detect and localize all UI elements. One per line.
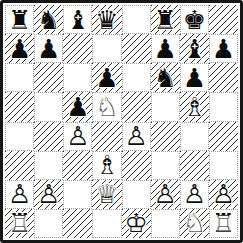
white-king: ♚ <box>122 209 151 238</box>
square-c6[interactable] <box>63 63 92 92</box>
square-e3[interactable] <box>122 151 151 180</box>
square-e7[interactable] <box>122 34 151 63</box>
black-king: ♚ <box>180 5 209 34</box>
white-pawn-outline: ♙ <box>209 180 238 209</box>
black-knight: ♞ <box>151 63 180 92</box>
square-b5[interactable] <box>34 92 63 121</box>
black-pawn: ♟ <box>34 34 63 63</box>
square-c3[interactable] <box>63 151 92 180</box>
square-h7[interactable]: ♟ <box>209 34 238 63</box>
square-d6[interactable]: ♟ <box>92 63 121 92</box>
white-pawn: ♟ <box>63 122 92 151</box>
square-f3[interactable] <box>151 151 180 180</box>
square-f8[interactable]: ♜ <box>151 5 180 34</box>
square-h6[interactable] <box>209 63 238 92</box>
square-f7[interactable]: ♟ <box>151 34 180 63</box>
white-bishop: ♝ <box>92 151 121 180</box>
square-b2[interactable]: ♟♙ <box>34 180 63 209</box>
black-pawn: ♟ <box>5 34 34 63</box>
white-pawn-outline: ♙ <box>34 180 63 209</box>
chess-board: ♜♞♝♛♜♚♟♟♟♝♟♟♞♟♟♞♘♝♗♟♙♟♙♝♗♟♙♟♙♛♕♟♙♟♙♟♙♜♖♚… <box>0 0 243 243</box>
square-d7[interactable] <box>92 34 121 63</box>
square-b1[interactable] <box>34 209 63 238</box>
white-rook: ♜ <box>5 209 34 238</box>
square-c8[interactable]: ♝ <box>63 5 92 34</box>
square-g8[interactable]: ♚ <box>180 5 209 34</box>
square-c4[interactable]: ♟♙ <box>63 122 92 151</box>
square-f4[interactable] <box>151 122 180 151</box>
white-knight: ♞ <box>92 92 121 121</box>
white-knight: ♞ <box>180 209 209 238</box>
square-d1[interactable] <box>92 209 121 238</box>
white-pawn-outline: ♙ <box>151 180 180 209</box>
white-knight-outline: ♘ <box>180 209 209 238</box>
square-d3[interactable]: ♝♗ <box>92 151 121 180</box>
square-g5[interactable]: ♝♗ <box>180 92 209 121</box>
square-h3[interactable] <box>209 151 238 180</box>
white-queen-outline: ♕ <box>92 180 121 209</box>
square-e4[interactable]: ♟♙ <box>122 122 151 151</box>
white-pawn: ♟ <box>5 180 34 209</box>
black-pawn: ♟ <box>209 34 238 63</box>
square-c7[interactable] <box>63 34 92 63</box>
square-d8[interactable]: ♛ <box>92 5 121 34</box>
square-c5[interactable]: ♟ <box>63 92 92 121</box>
square-a2[interactable]: ♟♙ <box>5 180 34 209</box>
square-b4[interactable] <box>34 122 63 151</box>
white-pawn-outline: ♙ <box>5 180 34 209</box>
square-a6[interactable] <box>5 63 34 92</box>
square-g6[interactable]: ♟ <box>180 63 209 92</box>
square-g1[interactable]: ♞♘ <box>180 209 209 238</box>
square-b3[interactable] <box>34 151 63 180</box>
white-rook-outline: ♖ <box>5 209 34 238</box>
white-pawn: ♟ <box>122 122 151 151</box>
white-pawn: ♟ <box>34 180 63 209</box>
square-f2[interactable]: ♟♙ <box>151 180 180 209</box>
square-a4[interactable] <box>5 122 34 151</box>
square-h1[interactable]: ♜♖ <box>209 209 238 238</box>
white-pawn-outline: ♙ <box>63 122 92 151</box>
black-pawn: ♟ <box>151 34 180 63</box>
square-b6[interactable] <box>34 63 63 92</box>
square-a7[interactable]: ♟ <box>5 34 34 63</box>
square-d4[interactable] <box>92 122 121 151</box>
black-pawn: ♟ <box>92 63 121 92</box>
square-d5[interactable]: ♞♘ <box>92 92 121 121</box>
square-b8[interactable]: ♞ <box>34 5 63 34</box>
black-bishop: ♝ <box>63 5 92 34</box>
square-g7[interactable]: ♝ <box>180 34 209 63</box>
square-a8[interactable]: ♜ <box>5 5 34 34</box>
square-f6[interactable]: ♞ <box>151 63 180 92</box>
board-grid: ♜♞♝♛♜♚♟♟♟♝♟♟♞♟♟♞♘♝♗♟♙♟♙♝♗♟♙♟♙♛♕♟♙♟♙♟♙♜♖♚… <box>5 5 238 238</box>
square-a3[interactable] <box>5 151 34 180</box>
white-bishop: ♝ <box>180 92 209 121</box>
white-bishop-outline: ♗ <box>92 151 121 180</box>
white-king-outline: ♔ <box>122 209 151 238</box>
white-pawn: ♟ <box>209 180 238 209</box>
square-h2[interactable]: ♟♙ <box>209 180 238 209</box>
white-rook: ♜ <box>209 209 238 238</box>
white-knight-outline: ♘ <box>92 92 121 121</box>
square-d2[interactable]: ♛♕ <box>92 180 121 209</box>
white-pawn: ♟ <box>180 180 209 209</box>
square-e1[interactable]: ♚♔ <box>122 209 151 238</box>
square-g3[interactable] <box>180 151 209 180</box>
square-e2[interactable] <box>122 180 151 209</box>
black-rook: ♜ <box>151 5 180 34</box>
square-h4[interactable] <box>209 122 238 151</box>
square-g2[interactable]: ♟♙ <box>180 180 209 209</box>
white-queen: ♛ <box>92 180 121 209</box>
white-rook-outline: ♖ <box>209 209 238 238</box>
black-rook: ♜ <box>5 5 34 34</box>
white-pawn: ♟ <box>151 180 180 209</box>
square-a5[interactable] <box>5 92 34 121</box>
square-e8[interactable] <box>122 5 151 34</box>
black-bishop: ♝ <box>180 34 209 63</box>
square-c1[interactable] <box>63 209 92 238</box>
black-knight: ♞ <box>34 5 63 34</box>
black-pawn: ♟ <box>63 92 92 121</box>
white-bishop-outline: ♗ <box>180 92 209 121</box>
square-h8[interactable] <box>209 5 238 34</box>
black-pawn: ♟ <box>180 63 209 92</box>
square-c2[interactable] <box>63 180 92 209</box>
square-b7[interactable]: ♟ <box>34 34 63 63</box>
square-f1[interactable] <box>151 209 180 238</box>
white-pawn-outline: ♙ <box>180 180 209 209</box>
white-pawn-outline: ♙ <box>122 122 151 151</box>
square-f5[interactable] <box>151 92 180 121</box>
black-queen: ♛ <box>92 5 121 34</box>
square-e6[interactable] <box>122 63 151 92</box>
square-g4[interactable] <box>180 122 209 151</box>
square-h5[interactable] <box>209 92 238 121</box>
square-a1[interactable]: ♜♖ <box>5 209 34 238</box>
square-e5[interactable] <box>122 92 151 121</box>
